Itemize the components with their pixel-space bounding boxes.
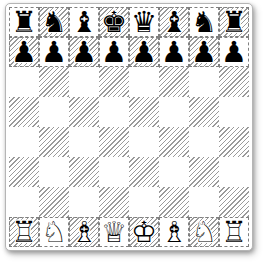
black-rook-glyph: ♜ [219,7,249,37]
piece-black-pawn[interactable]: ♟ [39,37,69,67]
square-b5[interactable] [39,97,69,127]
square-a3[interactable] [9,157,39,187]
square-g2[interactable] [189,187,219,217]
white-queen-glyph: ♕ [99,217,129,247]
square-h6[interactable] [219,67,249,97]
piece-black-pawn[interactable]: ♟ [9,37,39,67]
black-pawn-glyph: ♟ [9,37,39,67]
square-d1[interactable]: ♛♕ [99,217,129,247]
square-e8[interactable]: ♛ [129,7,159,37]
white-knight-glyph: ♘ [39,217,69,247]
black-king-glyph: ♚ [99,7,129,37]
white-rook-glyph: ♖ [9,217,39,247]
square-e3[interactable] [129,157,159,187]
square-f8[interactable]: ♝ [159,7,189,37]
square-g6[interactable] [189,67,219,97]
square-b4[interactable] [39,127,69,157]
chess-board: ♜♞♝♚♛♝♞♜♟♟♟♟♟♟♟♟♜♖♞♘♝♗♛♕♚♔♝♗♞♘♜♖ [9,7,249,247]
square-h7[interactable]: ♟ [219,37,249,67]
square-d5[interactable] [99,97,129,127]
piece-white-bishop[interactable]: ♝♗ [69,217,99,247]
piece-black-pawn[interactable]: ♟ [189,37,219,67]
piece-black-knight[interactable]: ♞ [189,7,219,37]
square-g1[interactable]: ♞♘ [189,217,219,247]
piece-black-bishop[interactable]: ♝ [69,7,99,37]
square-d3[interactable] [99,157,129,187]
square-g5[interactable] [189,97,219,127]
white-king-glyph: ♔ [129,217,159,247]
square-h4[interactable] [219,127,249,157]
piece-black-pawn[interactable]: ♟ [159,37,189,67]
square-f7[interactable]: ♟ [159,37,189,67]
square-c7[interactable]: ♟ [69,37,99,67]
square-g8[interactable]: ♞ [189,7,219,37]
white-knight-glyph: ♘ [189,217,219,247]
square-d2[interactable] [99,187,129,217]
piece-black-rook[interactable]: ♜ [219,7,249,37]
piece-black-pawn[interactable]: ♟ [99,37,129,67]
black-bishop-glyph: ♝ [159,7,189,37]
square-b3[interactable] [39,157,69,187]
piece-black-pawn[interactable]: ♟ [219,37,249,67]
square-a2[interactable] [9,187,39,217]
square-c2[interactable] [69,187,99,217]
square-g7[interactable]: ♟ [189,37,219,67]
black-pawn-glyph: ♟ [39,37,69,67]
square-a1[interactable]: ♜♖ [9,217,39,247]
piece-white-rook[interactable]: ♜♖ [9,217,39,247]
square-c3[interactable] [69,157,99,187]
square-f1[interactable]: ♝♗ [159,217,189,247]
square-f5[interactable] [159,97,189,127]
piece-black-bishop[interactable]: ♝ [159,7,189,37]
square-d7[interactable]: ♟ [99,37,129,67]
square-e2[interactable] [129,187,159,217]
square-g4[interactable] [189,127,219,157]
black-queen-glyph: ♛ [129,7,159,37]
white-bishop-glyph: ♗ [69,217,99,247]
square-e5[interactable] [129,97,159,127]
black-pawn-glyph: ♟ [69,37,99,67]
square-e4[interactable] [129,127,159,157]
square-e6[interactable] [129,67,159,97]
black-pawn-glyph: ♟ [189,37,219,67]
square-h5[interactable] [219,97,249,127]
square-a4[interactable] [9,127,39,157]
piece-white-knight[interactable]: ♞♘ [189,217,219,247]
square-b2[interactable] [39,187,69,217]
square-g3[interactable] [189,157,219,187]
square-d8[interactable]: ♚ [99,7,129,37]
piece-black-pawn[interactable]: ♟ [69,37,99,67]
chess-diagram: ♜♞♝♚♛♝♞♜♟♟♟♟♟♟♟♟♜♖♞♘♝♗♛♕♚♔♝♗♞♘♜♖ [0,0,263,267]
square-e1[interactable]: ♚♔ [129,217,159,247]
piece-white-queen[interactable]: ♛♕ [99,217,129,247]
black-pawn-glyph: ♟ [159,37,189,67]
piece-white-bishop[interactable]: ♝♗ [159,217,189,247]
square-f2[interactable] [159,187,189,217]
black-knight-glyph: ♞ [39,7,69,37]
square-a5[interactable] [9,97,39,127]
piece-black-pawn[interactable]: ♟ [129,37,159,67]
square-h2[interactable] [219,187,249,217]
square-b7[interactable]: ♟ [39,37,69,67]
square-b8[interactable]: ♞ [39,7,69,37]
piece-black-king[interactable]: ♚ [99,7,129,37]
board-card: ♜♞♝♚♛♝♞♜♟♟♟♟♟♟♟♟♜♖♞♘♝♗♛♕♚♔♝♗♞♘♜♖ [5,3,253,251]
piece-white-knight[interactable]: ♞♘ [39,217,69,247]
white-bishop-glyph: ♗ [159,217,189,247]
piece-black-knight[interactable]: ♞ [39,7,69,37]
square-d6[interactable] [99,67,129,97]
square-c5[interactable] [69,97,99,127]
square-b1[interactable]: ♞♘ [39,217,69,247]
square-a6[interactable] [9,67,39,97]
square-c8[interactable]: ♝ [69,7,99,37]
piece-white-king[interactable]: ♚♔ [129,217,159,247]
square-b6[interactable] [39,67,69,97]
piece-black-queen[interactable]: ♛ [129,7,159,37]
square-c6[interactable] [69,67,99,97]
square-e7[interactable]: ♟ [129,37,159,67]
square-h1[interactable]: ♜♖ [219,217,249,247]
piece-white-rook[interactable]: ♜♖ [219,217,249,247]
square-d4[interactable] [99,127,129,157]
square-c1[interactable]: ♝♗ [69,217,99,247]
square-f4[interactable] [159,127,189,157]
black-rook-glyph: ♜ [9,7,39,37]
square-a7[interactable]: ♟ [9,37,39,67]
square-c4[interactable] [69,127,99,157]
square-f3[interactable] [159,157,189,187]
square-a8[interactable]: ♜ [9,7,39,37]
black-knight-glyph: ♞ [189,7,219,37]
square-f6[interactable] [159,67,189,97]
black-pawn-glyph: ♟ [129,37,159,67]
white-rook-glyph: ♖ [219,217,249,247]
black-bishop-glyph: ♝ [69,7,99,37]
piece-black-rook[interactable]: ♜ [9,7,39,37]
square-h8[interactable]: ♜ [219,7,249,37]
square-h3[interactable] [219,157,249,187]
black-pawn-glyph: ♟ [219,37,249,67]
black-pawn-glyph: ♟ [99,37,129,67]
